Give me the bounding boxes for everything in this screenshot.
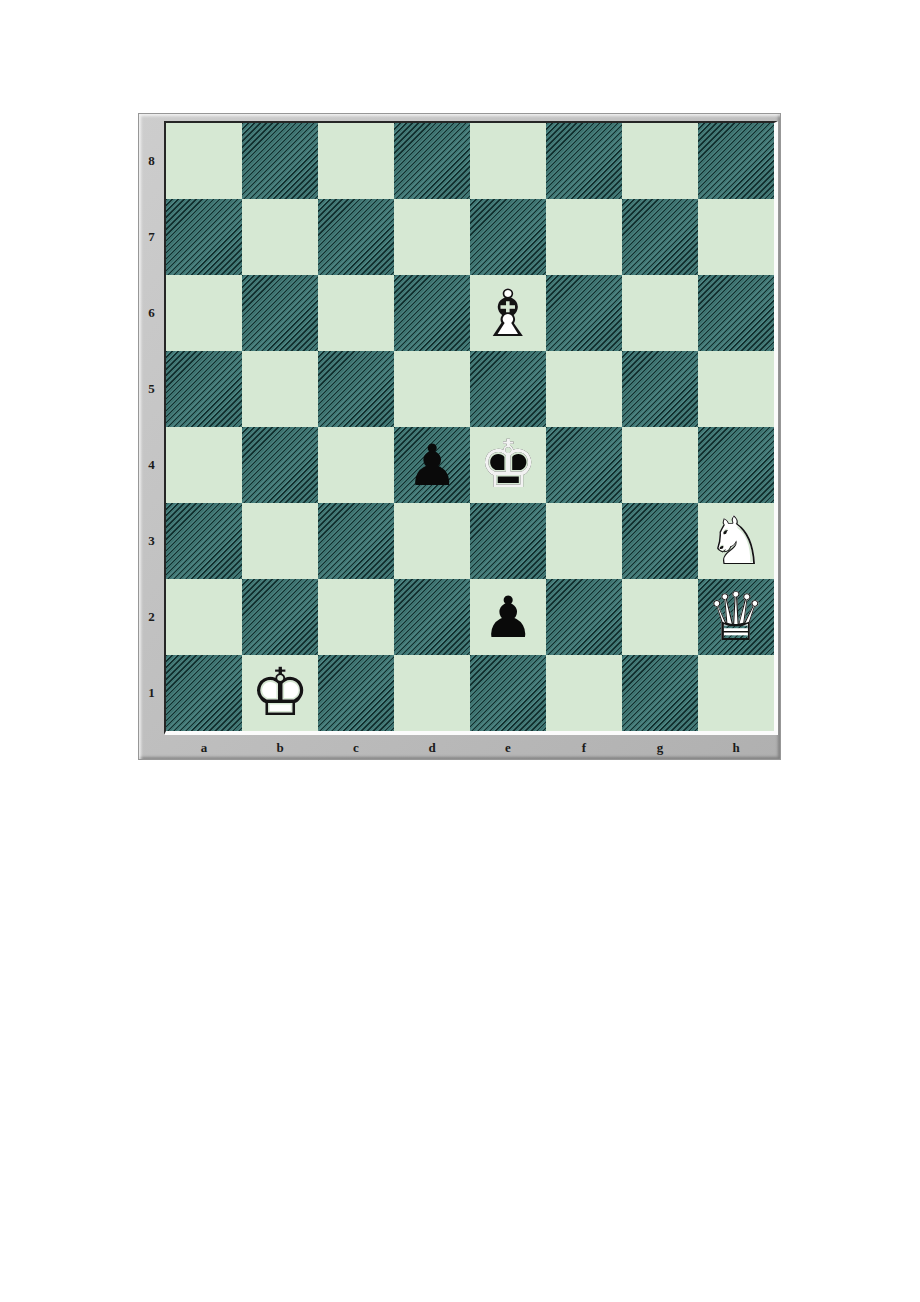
- white-king-glyph: ♔: [242, 655, 318, 731]
- square-c5[interactable]: [318, 351, 394, 427]
- square-b6[interactable]: [242, 275, 318, 351]
- square-d8[interactable]: [394, 123, 470, 199]
- file-label-b: b: [242, 735, 318, 761]
- square-f4[interactable]: [546, 427, 622, 503]
- white-knight-glyph: ♘: [698, 503, 774, 579]
- file-label-e: e: [470, 735, 546, 761]
- square-f8[interactable]: [546, 123, 622, 199]
- rank-label-6: 6: [139, 275, 164, 351]
- square-g7[interactable]: [622, 199, 698, 275]
- square-h8[interactable]: [698, 123, 774, 199]
- file-label-h: h: [698, 735, 774, 761]
- rank-label-3: 3: [139, 503, 164, 579]
- rank-label-4: 4: [139, 427, 164, 503]
- square-c6[interactable]: [318, 275, 394, 351]
- black-pawn-d4: ♟: [394, 427, 470, 503]
- rank-label-7: 7: [139, 199, 164, 275]
- file-label-f: f: [546, 735, 622, 761]
- white-queen-glyph: ♕: [698, 579, 774, 655]
- black-pawn-glyph: ♟: [394, 427, 470, 503]
- square-c8[interactable]: [318, 123, 394, 199]
- black-pawn-e2: ♟: [470, 579, 546, 655]
- rank-labels: 8 7 6 5 4 3 2 1: [139, 123, 164, 731]
- square-e1[interactable]: [470, 655, 546, 731]
- square-e5[interactable]: [470, 351, 546, 427]
- square-c3[interactable]: [318, 503, 394, 579]
- square-b5[interactable]: [242, 351, 318, 427]
- square-e8[interactable]: [470, 123, 546, 199]
- square-h4[interactable]: [698, 427, 774, 503]
- square-e2[interactable]: ♟: [470, 579, 546, 655]
- square-b7[interactable]: [242, 199, 318, 275]
- file-label-a: a: [166, 735, 242, 761]
- square-b2[interactable]: [242, 579, 318, 655]
- rank-label-5: 5: [139, 351, 164, 427]
- black-pawn-glyph: ♟: [470, 579, 546, 655]
- square-c2[interactable]: [318, 579, 394, 655]
- white-knight-h3: ♞♘: [698, 503, 774, 579]
- square-f3[interactable]: [546, 503, 622, 579]
- square-d3[interactable]: [394, 503, 470, 579]
- square-g2[interactable]: [622, 579, 698, 655]
- square-d4[interactable]: ♟: [394, 427, 470, 503]
- square-b1[interactable]: ♚♔: [242, 655, 318, 731]
- square-g1[interactable]: [622, 655, 698, 731]
- white-king-b1: ♚♔: [242, 655, 318, 731]
- square-g8[interactable]: [622, 123, 698, 199]
- square-b4[interactable]: [242, 427, 318, 503]
- square-h2[interactable]: ♛♕: [698, 579, 774, 655]
- square-d1[interactable]: [394, 655, 470, 731]
- square-e6[interactable]: ♝♗: [470, 275, 546, 351]
- black-king-e4: ♚♔: [470, 427, 546, 503]
- rank-label-1: 1: [139, 655, 164, 731]
- square-f7[interactable]: [546, 199, 622, 275]
- square-a2[interactable]: [166, 579, 242, 655]
- square-h6[interactable]: [698, 275, 774, 351]
- square-a6[interactable]: [166, 275, 242, 351]
- square-a1[interactable]: [166, 655, 242, 731]
- square-d7[interactable]: [394, 199, 470, 275]
- square-h1[interactable]: [698, 655, 774, 731]
- square-e4[interactable]: ♚♔: [470, 427, 546, 503]
- square-c7[interactable]: [318, 199, 394, 275]
- white-bishop-e6: ♝♗: [470, 275, 546, 351]
- rank-label-2: 2: [139, 579, 164, 655]
- square-a8[interactable]: [166, 123, 242, 199]
- square-d2[interactable]: [394, 579, 470, 655]
- square-b8[interactable]: [242, 123, 318, 199]
- chess-board: ♝♗♟♚♔♞♘♟♛♕♚♔: [164, 121, 778, 735]
- file-label-d: d: [394, 735, 470, 761]
- file-labels: a b c d e f g h: [166, 735, 774, 761]
- square-g4[interactable]: [622, 427, 698, 503]
- square-f2[interactable]: [546, 579, 622, 655]
- white-queen-h2: ♛♕: [698, 579, 774, 655]
- square-h7[interactable]: [698, 199, 774, 275]
- black-king-glyph: ♔: [470, 427, 546, 503]
- square-f5[interactable]: [546, 351, 622, 427]
- page-background: 8 7 6 5 4 3 2 1 ♝♗♟♚♔♞♘♟♛♕♚♔ a b c d e f…: [0, 0, 920, 1302]
- square-f6[interactable]: [546, 275, 622, 351]
- square-g5[interactable]: [622, 351, 698, 427]
- square-a7[interactable]: [166, 199, 242, 275]
- square-e7[interactable]: [470, 199, 546, 275]
- square-f1[interactable]: [546, 655, 622, 731]
- square-d5[interactable]: [394, 351, 470, 427]
- chessboard-frame: 8 7 6 5 4 3 2 1 ♝♗♟♚♔♞♘♟♛♕♚♔ a b c d e f…: [138, 113, 781, 760]
- square-g3[interactable]: [622, 503, 698, 579]
- square-e3[interactable]: [470, 503, 546, 579]
- square-a4[interactable]: [166, 427, 242, 503]
- rank-label-8: 8: [139, 123, 164, 199]
- square-c1[interactable]: [318, 655, 394, 731]
- square-h3[interactable]: ♞♘: [698, 503, 774, 579]
- square-h5[interactable]: [698, 351, 774, 427]
- square-d6[interactable]: [394, 275, 470, 351]
- file-label-g: g: [622, 735, 698, 761]
- square-b3[interactable]: [242, 503, 318, 579]
- square-a5[interactable]: [166, 351, 242, 427]
- square-c4[interactable]: [318, 427, 394, 503]
- square-a3[interactable]: [166, 503, 242, 579]
- square-g6[interactable]: [622, 275, 698, 351]
- white-bishop-glyph: ♗: [470, 275, 546, 351]
- file-label-c: c: [318, 735, 394, 761]
